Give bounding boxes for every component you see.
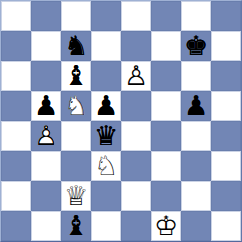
piece-glyph-outline: ♘	[61, 91, 91, 121]
white-pawn-icon[interactable]: ♟♙	[31, 121, 61, 151]
square-a1[interactable]	[1, 211, 31, 241]
square-h1[interactable]	[211, 211, 241, 241]
square-h2[interactable]	[211, 181, 241, 211]
square-h4[interactable]	[211, 121, 241, 151]
square-f2[interactable]	[151, 181, 181, 211]
piece-glyph-outline: ♔	[151, 211, 181, 241]
square-h8[interactable]	[211, 1, 241, 31]
square-b3[interactable]	[31, 151, 61, 181]
chess-board: ♞♞♚♚♝♝♟♙♟♟♞♘♟♟♟♟♟♙♛♛♞♘♛♕♝♝♚♔	[0, 0, 242, 242]
square-d2[interactable]	[91, 181, 121, 211]
square-f7[interactable]	[151, 31, 181, 61]
square-f3[interactable]	[151, 151, 181, 181]
square-a7[interactable]	[1, 31, 31, 61]
square-h5[interactable]	[211, 91, 241, 121]
piece-glyph-outline: ♝	[61, 211, 91, 241]
white-knight-icon[interactable]: ♞♘	[61, 91, 91, 121]
black-knight-icon[interactable]: ♞♞	[61, 31, 91, 61]
black-pawn-icon[interactable]: ♟♟	[91, 91, 121, 121]
square-h7[interactable]	[211, 31, 241, 61]
square-g3[interactable]	[181, 151, 211, 181]
square-e5[interactable]	[121, 91, 151, 121]
square-d6[interactable]	[91, 61, 121, 91]
piece-glyph-outline: ♞	[61, 31, 91, 61]
square-c6[interactable]: ♝♝	[61, 61, 91, 91]
piece-glyph-outline: ♛	[91, 121, 121, 151]
piece-glyph-outline: ♟	[91, 91, 121, 121]
black-bishop-icon[interactable]: ♝♝	[61, 61, 91, 91]
square-d8[interactable]	[91, 1, 121, 31]
square-e2[interactable]	[121, 181, 151, 211]
square-e8[interactable]	[121, 1, 151, 31]
black-king-icon[interactable]: ♚♚	[181, 31, 211, 61]
piece-glyph-outline: ♟	[181, 91, 211, 121]
square-d3[interactable]: ♞♘	[91, 151, 121, 181]
square-c3[interactable]	[61, 151, 91, 181]
square-c8[interactable]	[61, 1, 91, 31]
square-d7[interactable]	[91, 31, 121, 61]
piece-glyph-outline: ♘	[91, 151, 121, 181]
square-b6[interactable]	[31, 61, 61, 91]
black-pawn-icon[interactable]: ♟♟	[181, 91, 211, 121]
square-g7[interactable]: ♚♚	[181, 31, 211, 61]
square-e1[interactable]	[121, 211, 151, 241]
piece-glyph-outline: ♙	[31, 121, 61, 151]
square-a2[interactable]	[1, 181, 31, 211]
black-queen-icon[interactable]: ♛♛	[91, 121, 121, 151]
square-b1[interactable]	[31, 211, 61, 241]
square-a4[interactable]	[1, 121, 31, 151]
square-f6[interactable]	[151, 61, 181, 91]
piece-glyph-outline: ♚	[181, 31, 211, 61]
square-b4[interactable]: ♟♙	[31, 121, 61, 151]
square-c2[interactable]: ♛♕	[61, 181, 91, 211]
square-b8[interactable]	[31, 1, 61, 31]
square-a5[interactable]	[1, 91, 31, 121]
square-a8[interactable]	[1, 1, 31, 31]
square-e4[interactable]	[121, 121, 151, 151]
square-g6[interactable]	[181, 61, 211, 91]
square-h3[interactable]	[211, 151, 241, 181]
square-e3[interactable]	[121, 151, 151, 181]
piece-glyph-outline: ♕	[61, 181, 91, 211]
square-g2[interactable]	[181, 181, 211, 211]
black-bishop-icon[interactable]: ♝♝	[61, 211, 91, 241]
white-king-icon[interactable]: ♚♔	[151, 211, 181, 241]
square-c1[interactable]: ♝♝	[61, 211, 91, 241]
black-pawn-icon[interactable]: ♟♟	[31, 91, 61, 121]
white-knight-icon[interactable]: ♞♘	[91, 151, 121, 181]
piece-glyph-outline: ♝	[61, 61, 91, 91]
square-c7[interactable]: ♞♞	[61, 31, 91, 61]
square-d4[interactable]: ♛♛	[91, 121, 121, 151]
square-g5[interactable]: ♟♟	[181, 91, 211, 121]
piece-glyph-outline: ♙	[121, 61, 151, 91]
square-e6[interactable]: ♟♙	[121, 61, 151, 91]
square-f5[interactable]	[151, 91, 181, 121]
square-f4[interactable]	[151, 121, 181, 151]
square-c5[interactable]: ♞♘	[61, 91, 91, 121]
square-a3[interactable]	[1, 151, 31, 181]
white-pawn-icon[interactable]: ♟♙	[121, 61, 151, 91]
square-g8[interactable]	[181, 1, 211, 31]
white-queen-icon[interactable]: ♛♕	[61, 181, 91, 211]
square-d1[interactable]	[91, 211, 121, 241]
square-b7[interactable]	[31, 31, 61, 61]
square-e7[interactable]	[121, 31, 151, 61]
square-b2[interactable]	[31, 181, 61, 211]
square-a6[interactable]	[1, 61, 31, 91]
square-b5[interactable]: ♟♟	[31, 91, 61, 121]
square-g4[interactable]	[181, 121, 211, 151]
square-f8[interactable]	[151, 1, 181, 31]
square-g1[interactable]	[181, 211, 211, 241]
square-h6[interactable]	[211, 61, 241, 91]
square-f1[interactable]: ♚♔	[151, 211, 181, 241]
piece-glyph-outline: ♟	[31, 91, 61, 121]
square-c4[interactable]	[61, 121, 91, 151]
square-d5[interactable]: ♟♟	[91, 91, 121, 121]
